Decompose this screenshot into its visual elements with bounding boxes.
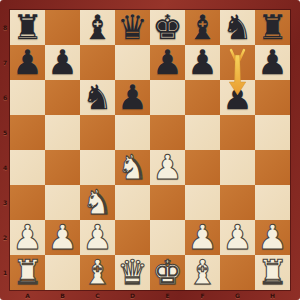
piece-white-rook-a1[interactable]: ♜ [10, 255, 45, 290]
square-a5[interactable] [10, 115, 45, 150]
square-h1[interactable]: ♜ [255, 255, 290, 290]
piece-white-bishop-f1[interactable]: ♝ [185, 255, 220, 290]
file-label-d: D [115, 290, 150, 300]
rank-label-5: 5 [0, 115, 10, 150]
square-f4[interactable] [185, 150, 220, 185]
square-b5[interactable] [45, 115, 80, 150]
square-a1[interactable]: ♜ [10, 255, 45, 290]
chess-board: ♜♝♛♚♝♞♜♟♟♟♟♟♞♟♟♞♟♞♟♟♟♟♟♟♜♝♛♚♝♜ [10, 10, 290, 290]
square-c8[interactable]: ♝ [80, 10, 115, 45]
square-e6[interactable] [150, 80, 185, 115]
square-f7[interactable]: ♟ [185, 45, 220, 80]
file-label-f: F [185, 290, 220, 300]
square-a4[interactable] [10, 150, 45, 185]
square-c6[interactable]: ♞ [80, 80, 115, 115]
piece-white-pawn-a2[interactable]: ♟ [10, 220, 45, 255]
piece-black-rook-a8[interactable]: ♜ [10, 10, 45, 45]
piece-white-queen-d1[interactable]: ♛ [115, 255, 150, 290]
square-h5[interactable] [255, 115, 290, 150]
square-d5[interactable] [115, 115, 150, 150]
piece-black-pawn-a7[interactable]: ♟ [10, 45, 45, 80]
square-a3[interactable] [10, 185, 45, 220]
file-label-e: E [150, 290, 185, 300]
piece-black-pawn-d6[interactable]: ♟ [115, 80, 150, 115]
piece-white-pawn-f2[interactable]: ♟ [185, 220, 220, 255]
file-label-b: B [45, 290, 80, 300]
square-d6[interactable]: ♟ [115, 80, 150, 115]
square-a7[interactable]: ♟ [10, 45, 45, 80]
square-e7[interactable]: ♟ [150, 45, 185, 80]
piece-white-knight-c3[interactable]: ♞ [80, 185, 115, 220]
rank-label-4: 4 [0, 150, 10, 185]
piece-black-queen-d8[interactable]: ♛ [115, 10, 150, 45]
square-f3[interactable] [185, 185, 220, 220]
square-f2[interactable]: ♟ [185, 220, 220, 255]
piece-black-pawn-b7[interactable]: ♟ [45, 45, 80, 80]
square-b3[interactable] [45, 185, 80, 220]
square-d2[interactable] [115, 220, 150, 255]
piece-black-pawn-f7[interactable]: ♟ [185, 45, 220, 80]
piece-black-pawn-g6[interactable]: ♟ [220, 80, 255, 115]
piece-white-pawn-e4[interactable]: ♟ [150, 150, 185, 185]
file-label-g: G [220, 290, 255, 300]
square-a6[interactable] [10, 80, 45, 115]
rank-label-6: 6 [0, 80, 10, 115]
piece-black-bishop-f8[interactable]: ♝ [185, 10, 220, 45]
square-b4[interactable] [45, 150, 80, 185]
rank-label-3: 3 [0, 185, 10, 220]
square-b8[interactable] [45, 10, 80, 45]
square-g2[interactable]: ♟ [220, 220, 255, 255]
square-c5[interactable] [80, 115, 115, 150]
square-d7[interactable] [115, 45, 150, 80]
piece-black-pawn-h7[interactable]: ♟ [255, 45, 290, 80]
square-d3[interactable] [115, 185, 150, 220]
square-b7[interactable]: ♟ [45, 45, 80, 80]
piece-white-knight-d4[interactable]: ♞ [115, 150, 150, 185]
square-c3[interactable]: ♞ [80, 185, 115, 220]
piece-white-rook-h1[interactable]: ♜ [255, 255, 290, 290]
piece-black-knight-c6[interactable]: ♞ [80, 80, 115, 115]
square-e8[interactable]: ♚ [150, 10, 185, 45]
square-g3[interactable] [220, 185, 255, 220]
file-label-h: H [255, 290, 290, 300]
rank-label-8: 8 [0, 10, 10, 45]
square-b2[interactable]: ♟ [45, 220, 80, 255]
square-e1[interactable]: ♚ [150, 255, 185, 290]
square-h3[interactable] [255, 185, 290, 220]
piece-white-pawn-b2[interactable]: ♟ [45, 220, 80, 255]
chess-board-frame: ♜♝♛♚♝♞♜♟♟♟♟♟♞♟♟♞♟♞♟♟♟♟♟♟♜♝♛♚♝♜ 87654321A… [0, 0, 300, 300]
piece-white-bishop-c1[interactable]: ♝ [80, 255, 115, 290]
piece-white-pawn-g2[interactable]: ♟ [220, 220, 255, 255]
piece-black-king-e8[interactable]: ♚ [150, 10, 185, 45]
square-a8[interactable]: ♜ [10, 10, 45, 45]
piece-black-bishop-c8[interactable]: ♝ [80, 10, 115, 45]
rank-label-7: 7 [0, 45, 10, 80]
piece-white-pawn-c2[interactable]: ♟ [80, 220, 115, 255]
square-d8[interactable]: ♛ [115, 10, 150, 45]
piece-black-pawn-e7[interactable]: ♟ [150, 45, 185, 80]
square-d4[interactable]: ♞ [115, 150, 150, 185]
square-e5[interactable] [150, 115, 185, 150]
file-label-a: A [10, 290, 45, 300]
square-b1[interactable] [45, 255, 80, 290]
square-f1[interactable]: ♝ [185, 255, 220, 290]
square-h8[interactable]: ♜ [255, 10, 290, 45]
square-g1[interactable] [220, 255, 255, 290]
square-h4[interactable] [255, 150, 290, 185]
square-c1[interactable]: ♝ [80, 255, 115, 290]
square-d1[interactable]: ♛ [115, 255, 150, 290]
square-e3[interactable] [150, 185, 185, 220]
square-h2[interactable]: ♟ [255, 220, 290, 255]
file-label-c: C [80, 290, 115, 300]
square-g4[interactable] [220, 150, 255, 185]
square-g8[interactable]: ♞ [220, 10, 255, 45]
square-g5[interactable] [220, 115, 255, 150]
square-c7[interactable] [80, 45, 115, 80]
square-g7[interactable] [220, 45, 255, 80]
piece-black-knight-g8[interactable]: ♞ [220, 10, 255, 45]
square-e4[interactable]: ♟ [150, 150, 185, 185]
square-h6[interactable] [255, 80, 290, 115]
square-b6[interactable] [45, 80, 80, 115]
square-f6[interactable] [185, 80, 220, 115]
rank-label-2: 2 [0, 220, 10, 255]
square-e2[interactable] [150, 220, 185, 255]
piece-black-rook-h8[interactable]: ♜ [255, 10, 290, 45]
square-h7[interactable]: ♟ [255, 45, 290, 80]
square-g6[interactable]: ♟ [220, 80, 255, 115]
rank-label-1: 1 [0, 255, 10, 290]
piece-white-king-e1[interactable]: ♚ [150, 255, 185, 290]
square-a2[interactable]: ♟ [10, 220, 45, 255]
square-c2[interactable]: ♟ [80, 220, 115, 255]
piece-white-pawn-h2[interactable]: ♟ [255, 220, 290, 255]
square-f5[interactable] [185, 115, 220, 150]
square-f8[interactable]: ♝ [185, 10, 220, 45]
square-c4[interactable] [80, 150, 115, 185]
